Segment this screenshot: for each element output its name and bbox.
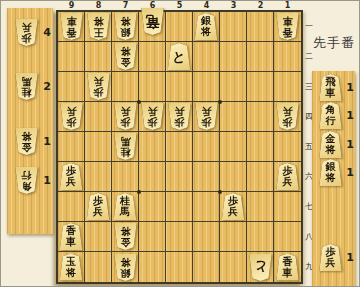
- piece-sente-玉将[interactable]: 玉将: [60, 254, 83, 281]
- piece-kanji: 車: [326, 87, 336, 98]
- square-2-3[interactable]: [247, 72, 274, 102]
- piece-kanji: 銀: [120, 268, 130, 279]
- piece-sente-歩兵[interactable]: 歩兵: [319, 244, 342, 271]
- square-1-7[interactable]: [274, 192, 301, 222]
- piece-sente-香車[interactable]: 香車: [60, 223, 83, 250]
- file-label: 9: [58, 1, 85, 10]
- piece-gote-歩兵[interactable]: 歩兵: [195, 103, 218, 130]
- square-4-5[interactable]: [193, 132, 220, 162]
- piece-kanji: 将: [120, 226, 130, 237]
- piece-kanji: 歩: [66, 165, 76, 176]
- file-label: 4: [193, 1, 220, 10]
- piece-gote-金将[interactable]: 金将: [114, 223, 137, 250]
- square-2-6[interactable]: [247, 162, 274, 192]
- piece-kanji: 兵: [147, 106, 157, 117]
- square-2-1[interactable]: [247, 12, 274, 42]
- hand-piece-row: 角行1: [312, 102, 355, 129]
- square-1-4[interactable]: 歩兵: [274, 102, 301, 132]
- piece-kanji: 兵: [66, 176, 76, 187]
- shogi-board: 香車王将銀将竜銀将香車金将と歩兵歩兵歩兵歩兵歩兵歩兵歩兵桂馬歩兵歩兵歩兵桂馬歩兵…: [56, 10, 303, 284]
- piece-kanji: 馬: [22, 76, 32, 87]
- square-5-5[interactable]: [166, 132, 193, 162]
- square-1-1[interactable]: 香車: [274, 12, 301, 42]
- piece-kanji: 香: [283, 27, 293, 38]
- square-4-6[interactable]: [193, 162, 220, 192]
- square-9-6[interactable]: 歩兵: [58, 162, 85, 192]
- square-8-6[interactable]: [85, 162, 112, 192]
- hand-piece-count: 1: [41, 167, 53, 194]
- piece-kanji: 兵: [93, 206, 103, 217]
- square-6-4[interactable]: 歩兵: [139, 102, 166, 132]
- square-5-4[interactable]: 歩兵: [166, 102, 193, 132]
- piece-kanji: 行: [326, 115, 336, 126]
- square-6-5[interactable]: [139, 132, 166, 162]
- piece-kanji: 歩: [326, 246, 336, 257]
- piece-sente-桂馬[interactable]: 桂馬: [114, 193, 137, 220]
- hand-piece-row: 角行1: [7, 167, 53, 194]
- piece-sente-銀将[interactable]: 銀将: [195, 13, 218, 40]
- piece-kanji: 角: [22, 181, 32, 192]
- square-9-1[interactable]: 香車: [58, 12, 85, 42]
- piece-kanji: 歩: [283, 117, 293, 128]
- piece-sente-歩兵[interactable]: 歩兵: [222, 193, 245, 220]
- square-8-8[interactable]: [85, 222, 112, 252]
- square-8-7[interactable]: 歩兵: [85, 192, 112, 222]
- piece-kanji: 王: [93, 27, 103, 38]
- file-label: 2: [247, 1, 274, 10]
- square-5-1[interactable]: [166, 12, 193, 42]
- hoshi-dot: [137, 190, 141, 194]
- piece-sente-歩兵[interactable]: 歩兵: [276, 163, 299, 190]
- square-3-7[interactable]: 歩兵: [220, 192, 247, 222]
- piece-sente-と[interactable]: と: [168, 43, 191, 70]
- square-1-9[interactable]: 香車: [274, 252, 301, 282]
- piece-gote-と[interactable]: と: [249, 254, 272, 281]
- piece-kanji: 車: [66, 16, 76, 27]
- piece-kanji: 将: [22, 131, 32, 142]
- file-label: 5: [166, 1, 193, 10]
- hand-piece-count: 1: [344, 131, 356, 158]
- square-4-3[interactable]: [193, 72, 220, 102]
- square-7-4[interactable]: 歩兵: [112, 102, 139, 132]
- square-3-6[interactable]: [220, 162, 247, 192]
- square-9-4[interactable]: 歩兵: [58, 102, 85, 132]
- square-6-7[interactable]: [139, 192, 166, 222]
- square-8-1[interactable]: 王将: [85, 12, 112, 42]
- piece-kanji: 桂: [22, 87, 32, 98]
- hand-piece-row: 飛車1: [312, 74, 355, 101]
- piece-sente-歩兵[interactable]: 歩兵: [60, 163, 83, 190]
- piece-kanji: 将: [66, 267, 76, 278]
- piece-kanji: 歩: [147, 117, 157, 128]
- piece-kanji: 金: [326, 133, 336, 144]
- piece-kanji: 将: [93, 16, 103, 27]
- hoshi-dot: [137, 100, 141, 104]
- piece-sente-歩兵[interactable]: 歩兵: [87, 193, 110, 220]
- hand-piece-row: 金将1: [312, 131, 355, 158]
- piece-kanji: 歩: [228, 195, 238, 206]
- gote-hand-stand: 歩兵4桂馬2金将1角行1: [7, 8, 53, 234]
- piece-kanji: 将: [326, 172, 336, 183]
- square-5-3[interactable]: [166, 72, 193, 102]
- piece-kanji: 車: [66, 236, 76, 247]
- square-4-9[interactable]: [193, 252, 220, 282]
- square-5-9[interactable]: [166, 252, 193, 282]
- piece-kanji: 将: [326, 144, 336, 155]
- piece-sente-銀将[interactable]: 銀将: [319, 159, 342, 186]
- piece-kanji: 香: [283, 256, 293, 267]
- piece-kanji: 歩: [93, 195, 103, 206]
- square-4-4[interactable]: 歩兵: [193, 102, 220, 132]
- piece-kanji: 行: [22, 170, 32, 181]
- square-3-4[interactable]: [220, 102, 247, 132]
- square-4-8[interactable]: [193, 222, 220, 252]
- square-7-1[interactable]: 銀将: [112, 12, 139, 42]
- piece-sente-飛車[interactable]: 飛車: [319, 74, 342, 101]
- piece-kanji: 銀: [120, 27, 130, 38]
- file-labels: 987654321: [58, 1, 301, 10]
- piece-kanji: と: [172, 51, 185, 62]
- piece-kanji: 飛: [326, 76, 336, 87]
- square-9-5[interactable]: [58, 132, 85, 162]
- piece-kanji: 兵: [228, 206, 238, 217]
- square-7-2[interactable]: 金将: [112, 42, 139, 72]
- piece-gote-角行[interactable]: 角行: [15, 167, 38, 194]
- piece-kanji: 車: [283, 267, 293, 278]
- hand-piece-count: 4: [41, 19, 53, 46]
- piece-gote-歩兵[interactable]: 歩兵: [60, 103, 83, 130]
- square-7-6[interactable]: [112, 162, 139, 192]
- turn-indicator: 先手番: [313, 34, 359, 52]
- sente-hand-stand: 飛車1角行1金将1銀将1歩兵1: [312, 71, 355, 287]
- piece-kanji: 歩: [201, 117, 211, 128]
- hand-piece-row: 歩兵4: [7, 19, 53, 46]
- piece-kanji: 歩: [93, 87, 103, 98]
- hand-piece-count: 1: [344, 102, 356, 129]
- piece-kanji: 桂: [120, 195, 130, 206]
- square-5-8[interactable]: [166, 222, 193, 252]
- piece-kanji: 将: [120, 257, 130, 268]
- square-5-2[interactable]: と: [166, 42, 193, 72]
- hand-piece-count: 1: [344, 159, 356, 186]
- piece-kanji: 車: [283, 16, 293, 27]
- piece-kanji: 将: [201, 26, 211, 37]
- square-9-3[interactable]: [58, 72, 85, 102]
- square-2-8[interactable]: [247, 222, 274, 252]
- hand-piece-row: 銀将1: [312, 159, 355, 186]
- square-6-1[interactable]: 竜: [139, 12, 166, 42]
- piece-kanji: 歩: [174, 117, 184, 128]
- piece-kanji: 兵: [283, 106, 293, 117]
- square-5-6[interactable]: [166, 162, 193, 192]
- square-7-9[interactable]: 銀将: [112, 252, 139, 282]
- piece-kanji: 兵: [201, 106, 211, 117]
- square-2-4[interactable]: [247, 102, 274, 132]
- square-1-8[interactable]: [274, 222, 301, 252]
- piece-kanji: 竜: [145, 16, 159, 27]
- square-2-7[interactable]: [247, 192, 274, 222]
- piece-kanji: 金: [120, 57, 130, 68]
- hand-piece-row: 金将1: [7, 128, 53, 155]
- piece-kanji: 馬: [120, 206, 130, 217]
- square-8-2[interactable]: [85, 42, 112, 72]
- piece-sente-角行[interactable]: 角行: [319, 102, 342, 129]
- square-7-5[interactable]: 桂馬: [112, 132, 139, 162]
- piece-kanji: 兵: [174, 106, 184, 117]
- board-grid: 香車王将銀将竜銀将香車金将と歩兵歩兵歩兵歩兵歩兵歩兵歩兵桂馬歩兵歩兵歩兵桂馬歩兵…: [58, 12, 301, 282]
- square-4-7[interactable]: [193, 192, 220, 222]
- square-8-5[interactable]: [85, 132, 112, 162]
- square-5-7[interactable]: [166, 192, 193, 222]
- square-8-4[interactable]: [85, 102, 112, 132]
- square-6-9[interactable]: [139, 252, 166, 282]
- piece-kanji: 兵: [22, 22, 32, 33]
- piece-kanji: 香: [66, 225, 76, 236]
- square-3-5[interactable]: [220, 132, 247, 162]
- piece-sente-金将[interactable]: 金将: [319, 131, 342, 158]
- square-1-3[interactable]: [274, 72, 301, 102]
- file-label: 8: [85, 1, 112, 10]
- piece-kanji: 歩: [120, 117, 130, 128]
- piece-kanji: 歩: [66, 117, 76, 128]
- square-7-8[interactable]: 金将: [112, 222, 139, 252]
- square-3-1[interactable]: [220, 12, 247, 42]
- square-7-3[interactable]: [112, 72, 139, 102]
- file-label: 1: [274, 1, 301, 10]
- piece-gote-銀将[interactable]: 銀将: [114, 13, 137, 40]
- square-6-3[interactable]: [139, 72, 166, 102]
- square-3-2[interactable]: [220, 42, 247, 72]
- piece-kanji: 桂: [120, 147, 130, 158]
- piece-kanji: 香: [66, 27, 76, 38]
- shogi-diagram: 987654321 一二三四五六七八九 香車王将銀将竜銀将香車金将と歩兵歩兵歩兵…: [0, 0, 360, 287]
- piece-kanji: と: [253, 262, 266, 273]
- file-label: 7: [112, 1, 139, 10]
- square-3-8[interactable]: [220, 222, 247, 252]
- hand-piece-count: 2: [41, 73, 53, 100]
- square-6-2[interactable]: [139, 42, 166, 72]
- piece-kanji: 兵: [120, 106, 130, 117]
- piece-kanji: 金: [22, 142, 32, 153]
- piece-gote-金将[interactable]: 金将: [15, 128, 38, 155]
- piece-kanji: 兵: [283, 176, 293, 187]
- piece-gote-歩兵[interactable]: 歩兵: [114, 103, 137, 130]
- square-1-2[interactable]: [274, 42, 301, 72]
- square-6-8[interactable]: [139, 222, 166, 252]
- piece-kanji: 兵: [326, 257, 336, 268]
- piece-kanji: 銀: [201, 15, 211, 26]
- piece-gote-王将[interactable]: 王将: [87, 13, 110, 40]
- piece-gote-銀将[interactable]: 銀将: [114, 254, 137, 281]
- hand-piece-row: 桂馬2: [7, 73, 53, 100]
- piece-kanji: 金: [120, 237, 130, 248]
- hoshi-dot: [218, 190, 222, 194]
- piece-sente-香車[interactable]: 香車: [276, 254, 299, 281]
- piece-kanji: 兵: [66, 106, 76, 117]
- hand-piece-count: 1: [344, 74, 356, 101]
- square-4-1[interactable]: 銀将: [193, 12, 220, 42]
- piece-gote-竜[interactable]: 竜: [141, 8, 164, 35]
- square-4-2[interactable]: [193, 42, 220, 72]
- piece-kanji: 兵: [93, 76, 103, 87]
- piece-gote-歩兵[interactable]: 歩兵: [276, 103, 299, 130]
- square-9-9[interactable]: 玉将: [58, 252, 85, 282]
- square-6-6[interactable]: [139, 162, 166, 192]
- piece-kanji: 角: [326, 104, 336, 115]
- piece-gote-桂馬[interactable]: 桂馬: [114, 133, 137, 160]
- hoshi-dot: [218, 100, 222, 104]
- square-8-3[interactable]: 歩兵: [85, 72, 112, 102]
- square-3-3[interactable]: [220, 72, 247, 102]
- piece-kanji: 歩: [283, 165, 293, 176]
- piece-kanji: 玉: [66, 256, 76, 267]
- square-9-2[interactable]: [58, 42, 85, 72]
- square-1-6[interactable]: 歩兵: [274, 162, 301, 192]
- square-7-7[interactable]: 桂馬: [112, 192, 139, 222]
- piece-gote-香車[interactable]: 香車: [276, 13, 299, 40]
- file-label: 3: [220, 1, 247, 10]
- piece-gote-歩兵[interactable]: 歩兵: [141, 103, 164, 130]
- square-3-9[interactable]: [220, 252, 247, 282]
- piece-gote-歩兵[interactable]: 歩兵: [87, 73, 110, 100]
- square-1-5[interactable]: [274, 132, 301, 162]
- hand-piece-count: 1: [344, 244, 356, 271]
- square-2-5[interactable]: [247, 132, 274, 162]
- square-2-9[interactable]: と: [247, 252, 274, 282]
- piece-kanji: 将: [120, 16, 130, 27]
- piece-gote-香車[interactable]: 香車: [60, 13, 83, 40]
- square-2-2[interactable]: [247, 42, 274, 72]
- square-9-8[interactable]: 香車: [58, 222, 85, 252]
- piece-gote-歩兵[interactable]: 歩兵: [168, 103, 191, 130]
- hand-piece-row: 歩兵1: [312, 244, 355, 271]
- piece-kanji: 馬: [120, 136, 130, 147]
- hand-piece-count: 1: [41, 128, 53, 155]
- piece-gote-金将[interactable]: 金将: [114, 43, 137, 70]
- piece-kanji: 歩: [22, 33, 32, 44]
- piece-kanji: 将: [120, 46, 130, 57]
- piece-gote-桂馬[interactable]: 桂馬: [15, 73, 38, 100]
- piece-gote-歩兵[interactable]: 歩兵: [15, 19, 38, 46]
- square-8-9[interactable]: [85, 252, 112, 282]
- piece-kanji: 銀: [326, 161, 336, 172]
- square-9-7[interactable]: [58, 192, 85, 222]
